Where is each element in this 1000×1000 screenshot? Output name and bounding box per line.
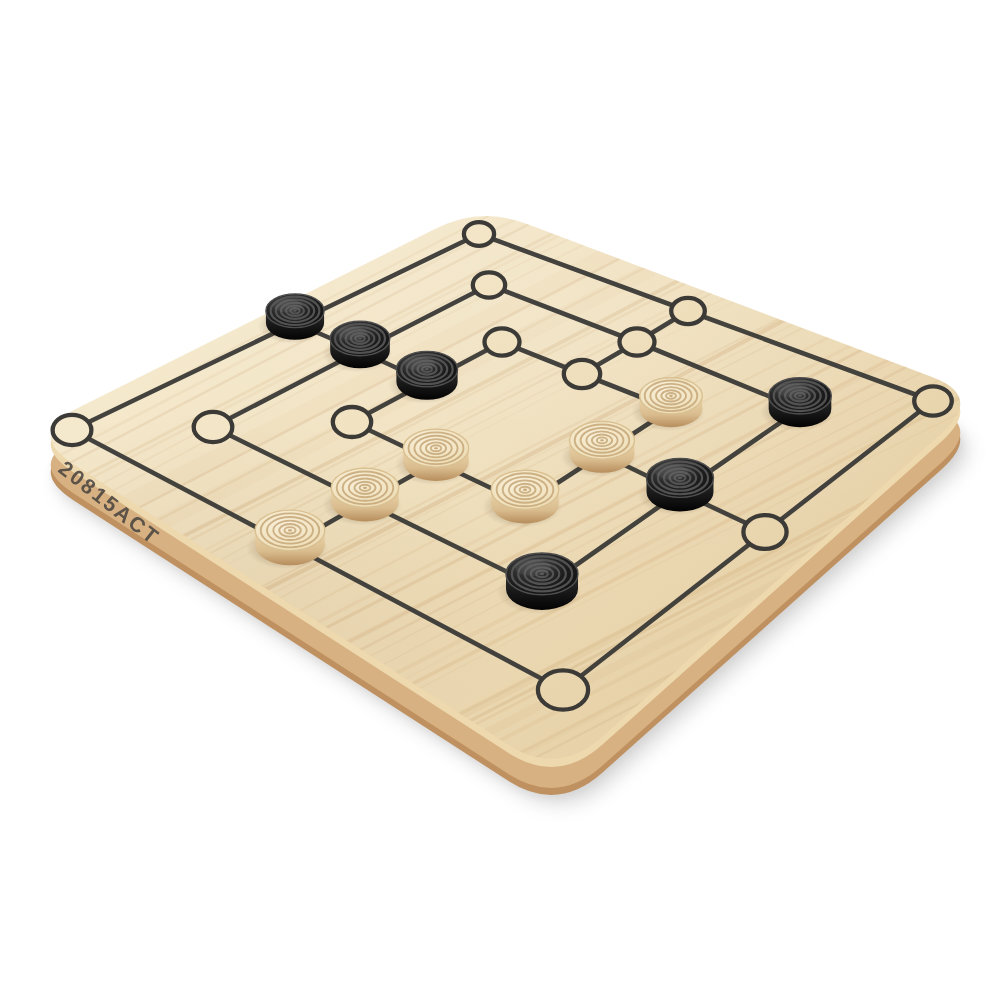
- point-c5: [333, 407, 371, 437]
- point-g1: [914, 386, 952, 415]
- product-photo: 20815ACT: [0, 0, 1000, 1000]
- point-g4: [671, 298, 705, 324]
- point-a7: [53, 415, 92, 445]
- point-a1: [538, 670, 588, 709]
- point-e4: [564, 360, 600, 388]
- point-f4: [620, 328, 655, 355]
- piece-black-d7: [258, 294, 327, 344]
- point-b6: [194, 412, 233, 442]
- point-e5: [485, 328, 520, 355]
- nine-mens-morris-board: 20815ACT: [0, 0, 1000, 1000]
- point-g7: [464, 222, 494, 246]
- point-f6: [473, 272, 505, 297]
- point-d1: [743, 515, 786, 549]
